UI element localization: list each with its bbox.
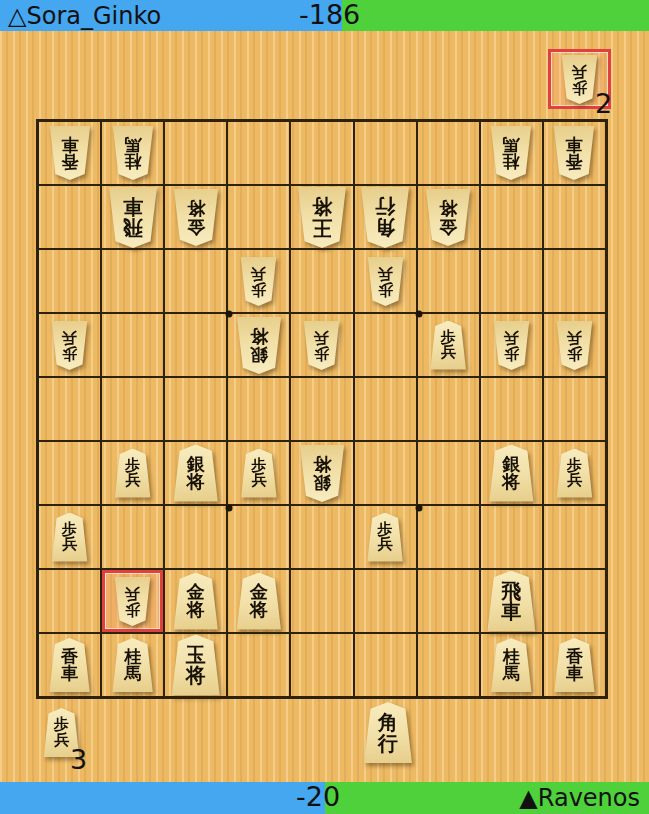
board-cell-r2c8[interactable] (480, 185, 543, 249)
gote-eval-bar-green (342, 0, 649, 31)
board-cell-r4c9[interactable]: 歩兵 (543, 313, 606, 377)
piece-kanji: 将 (250, 601, 268, 619)
board-cell-r8c3[interactable]: 金将 (164, 569, 227, 633)
piece-sente-歩兵[interactable]: 歩兵 (51, 513, 88, 562)
piece-kanji: 車 (501, 601, 521, 621)
board-cell-r2c9[interactable] (543, 185, 606, 249)
sente-eval-value: -20 (296, 781, 340, 812)
board-cell-r9c7[interactable] (417, 633, 480, 697)
piece-kanji: 将 (439, 199, 457, 217)
board-cell-r9c3[interactable]: 玉将 (164, 633, 227, 697)
board-cell-r6c2[interactable]: 歩兵 (101, 441, 164, 505)
piece-kanji: 将 (187, 601, 205, 619)
piece-kanji: 香 (566, 153, 583, 170)
board-cell-r8c5[interactable] (290, 569, 353, 633)
piece-sente-桂馬[interactable]: 桂馬 (112, 638, 154, 692)
board-cell-r5c9[interactable] (543, 377, 606, 441)
sente-hand-pawn-count: 3 (70, 744, 87, 775)
board-cell-r6c1[interactable] (38, 441, 101, 505)
piece-gote-金将[interactable]: 金将 (173, 189, 219, 246)
sente-eval-bar: ▲Ravenos -20 (0, 782, 649, 814)
piece-gote-銀将[interactable]: 銀将 (236, 317, 282, 374)
piece-kanji: 歩 (572, 79, 587, 94)
piece-kanji: 歩 (62, 345, 77, 360)
piece-gote-香車[interactable]: 香車 (553, 126, 595, 180)
piece-kanji: 将 (313, 455, 331, 473)
board-cell-r1c9[interactable]: 香車 (543, 121, 606, 185)
piece-kanji: 桂 (124, 153, 141, 170)
board-cell-r3c8[interactable] (480, 249, 543, 313)
board-cell-r4c8[interactable]: 歩兵 (480, 313, 543, 377)
piece-sente-桂馬[interactable]: 桂馬 (490, 638, 532, 692)
piece-sente-歩兵[interactable]: 歩兵 (240, 449, 277, 498)
board-cell-r4c2[interactable] (101, 313, 164, 377)
piece-kanji: 銀 (313, 473, 331, 491)
board-cell-r4c3[interactable] (164, 313, 227, 377)
board-cell-r1c6[interactable] (354, 121, 417, 185)
board-cell-r2c4[interactable] (227, 185, 290, 249)
piece-gote-歩兵[interactable]: 歩兵 (240, 257, 277, 306)
board-cell-r3c5[interactable] (290, 249, 353, 313)
hoshi-point (416, 311, 423, 318)
piece-gote-銀将[interactable]: 銀将 (299, 445, 345, 502)
piece-kanji: 馬 (503, 665, 520, 682)
piece-kanji: 歩 (378, 281, 393, 296)
board-cell-r7c8[interactable] (480, 505, 543, 569)
board-cell-r4c7[interactable]: 歩兵 (417, 313, 480, 377)
piece-sente-玉将[interactable]: 玉将 (171, 635, 221, 696)
piece-sente-香車[interactable]: 香車 (553, 638, 595, 692)
board-cell-r2c3[interactable]: 金将 (164, 185, 227, 249)
board-cell-r8c4[interactable]: 金将 (227, 569, 290, 633)
gote-hand-pawn-count: 2 (595, 88, 612, 119)
piece-kanji: 兵 (62, 330, 77, 345)
board-cell-r9c6[interactable] (354, 633, 417, 697)
piece-kanji: 将 (250, 327, 268, 345)
piece-kanji: 角 (378, 712, 398, 732)
board-cell-r8c6[interactable] (354, 569, 417, 633)
board-cell-r1c3[interactable] (164, 121, 227, 185)
piece-kanji: 馬 (124, 665, 141, 682)
piece-sente-金将[interactable]: 金将 (173, 573, 219, 630)
board-cell-r5c8[interactable] (480, 377, 543, 441)
piece-kanji: 金 (439, 217, 457, 235)
board-cell-r2c5[interactable]: 王将 (290, 185, 353, 249)
board-cell-r7c6[interactable]: 歩兵 (354, 505, 417, 569)
board-cell-r7c9[interactable] (543, 505, 606, 569)
board-cell-r4c6[interactable] (354, 313, 417, 377)
sente-player-name: ▲Ravenos (519, 782, 640, 814)
sente-eval-bar-blue (0, 782, 325, 814)
board-cell-r5c2[interactable] (101, 377, 164, 441)
board-cell-r5c1[interactable] (38, 377, 101, 441)
board-cell-r7c7[interactable] (417, 505, 480, 569)
board-cell-r3c7[interactable] (417, 249, 480, 313)
piece-sente-銀将[interactable]: 銀将 (488, 445, 534, 502)
piece-kanji: 兵 (567, 330, 582, 345)
piece-sente-飛車[interactable]: 飛車 (486, 571, 536, 632)
piece-kanji: 兵 (441, 345, 456, 360)
board-cell-r3c9[interactable] (543, 249, 606, 313)
piece-kanji: 将 (187, 473, 205, 491)
piece-kanji: 飛 (501, 581, 521, 601)
piece-kanji: 玉 (186, 645, 206, 665)
board-cell-r4c1[interactable]: 歩兵 (38, 313, 101, 377)
piece-gote-金将[interactable]: 金将 (425, 189, 471, 246)
piece-kanji: 車 (61, 665, 78, 682)
piece-kanji: 行 (375, 197, 395, 217)
piece-kanji: 飛 (123, 217, 143, 237)
piece-kanji: 歩 (504, 345, 519, 360)
gote-eval-bar: △Sora_Ginko -186 (0, 0, 649, 31)
board-cell-r1c1[interactable]: 香車 (38, 121, 101, 185)
piece-kanji: 将 (312, 197, 332, 217)
piece-kanji: 兵 (314, 330, 329, 345)
board-cell-r6c5[interactable]: 銀将 (290, 441, 353, 505)
board-cell-r6c9[interactable]: 歩兵 (543, 441, 606, 505)
piece-sente-歩兵[interactable]: 歩兵 (114, 449, 151, 498)
board-cell-r8c1[interactable] (38, 569, 101, 633)
board-cell-r6c4[interactable]: 歩兵 (227, 441, 290, 505)
board-cell-r9c4[interactable] (227, 633, 290, 697)
board-cell-r2c7[interactable]: 金将 (417, 185, 480, 249)
piece-kanji: 兵 (62, 537, 77, 552)
piece-kanji: 車 (123, 197, 143, 217)
board-cell-r5c7[interactable] (417, 377, 480, 441)
piece-gote-歩兵[interactable]: 歩兵 (561, 55, 598, 104)
piece-kanji: 行 (378, 733, 398, 753)
piece-sente-歩兵[interactable]: 歩兵 (367, 513, 404, 562)
board-cell-r3c6[interactable]: 歩兵 (354, 249, 417, 313)
board-cell-r4c5[interactable]: 歩兵 (290, 313, 353, 377)
piece-kanji: 兵 (378, 266, 393, 281)
piece-kanji: 馬 (124, 136, 141, 153)
piece-kanji: 桂 (503, 153, 520, 170)
piece-kanji: 兵 (504, 330, 519, 345)
piece-sente-香車[interactable]: 香車 (49, 638, 91, 692)
sente-hand-bishop[interactable]: 角行 (363, 702, 413, 763)
gote-player-name: △Sora_Ginko (8, 0, 161, 31)
piece-kanji: 兵 (378, 537, 393, 552)
shogi-app: △Sora_Ginko -186 歩兵 2 香車桂馬桂馬香車飛車金将王将角行金将… (0, 0, 649, 814)
piece-sente-金将[interactable]: 金将 (236, 573, 282, 630)
piece-kanji: 歩 (251, 281, 266, 296)
piece-kanji: 兵 (125, 473, 140, 488)
shogi-board: 香車桂馬桂馬香車飛車金将王将角行金将歩兵歩兵歩兵銀将歩兵歩兵歩兵歩兵歩兵銀将歩兵… (36, 119, 608, 699)
piece-gote-歩兵[interactable]: 歩兵 (303, 321, 340, 370)
piece-kanji: 兵 (572, 64, 587, 79)
piece-kanji: 兵 (251, 266, 266, 281)
board-cell-r1c5[interactable] (290, 121, 353, 185)
hoshi-point (225, 311, 232, 318)
board-cell-r2c1[interactable] (38, 185, 101, 249)
piece-sente-銀将[interactable]: 銀将 (173, 445, 219, 502)
piece-kanji: 金 (187, 217, 205, 235)
piece-kanji: 将 (502, 473, 520, 491)
piece-gote-王将[interactable]: 王将 (297, 187, 347, 248)
board-cell-r2c6[interactable]: 角行 (354, 185, 417, 249)
board-cell-r1c2[interactable]: 桂馬 (101, 121, 164, 185)
board-cell-r5c6[interactable] (354, 377, 417, 441)
board-cell-r3c2[interactable] (101, 249, 164, 313)
piece-gote-歩兵[interactable]: 歩兵 (51, 321, 88, 370)
board-cell-r6c3[interactable]: 銀将 (164, 441, 227, 505)
piece-gote-歩兵[interactable]: 歩兵 (114, 577, 151, 626)
board-cell-r5c3[interactable] (164, 377, 227, 441)
piece-kanji: 銀 (250, 345, 268, 363)
board-cell-r9c9[interactable]: 香車 (543, 633, 606, 697)
board-cell-r8c7[interactable] (417, 569, 480, 633)
piece-gote-香車[interactable]: 香車 (49, 126, 91, 180)
piece-kanji: 歩 (567, 345, 582, 360)
board-cell-r8c8[interactable]: 飛車 (480, 569, 543, 633)
board-cell-r5c5[interactable] (290, 377, 353, 441)
piece-kanji: 兵 (251, 473, 266, 488)
board-cell-r1c4[interactable] (227, 121, 290, 185)
piece-kanji: 王 (312, 217, 332, 237)
board-cell-r2c2[interactable]: 飛車 (101, 185, 164, 249)
piece-kanji: 角 (375, 217, 395, 237)
piece-kanji: 車 (566, 136, 583, 153)
board-cell-r9c2[interactable]: 桂馬 (101, 633, 164, 697)
piece-gote-角行[interactable]: 角行 (360, 187, 410, 248)
piece-kanji: 兵 (567, 473, 582, 488)
piece-kanji: 将 (186, 665, 206, 685)
board-cell-r4c4[interactable]: 銀将 (227, 313, 290, 377)
piece-gote-歩兵[interactable]: 歩兵 (367, 257, 404, 306)
piece-gote-歩兵[interactable]: 歩兵 (493, 321, 530, 370)
piece-kanji: 兵 (54, 733, 69, 748)
piece-kanji: 将 (187, 199, 205, 217)
board-cell-r6c8[interactable]: 銀将 (480, 441, 543, 505)
piece-sente-歩兵[interactable]: 歩兵 (430, 321, 467, 370)
board-cell-r9c5[interactable] (290, 633, 353, 697)
board-cell-r8c9[interactable] (543, 569, 606, 633)
board-cell-r5c4[interactable] (227, 377, 290, 441)
piece-kanji: 歩 (314, 345, 329, 360)
piece-gote-歩兵[interactable]: 歩兵 (556, 321, 593, 370)
gote-eval-value: -186 (299, 0, 360, 30)
piece-kanji: 馬 (503, 136, 520, 153)
board-cell-r8c2[interactable]: 歩兵 (101, 569, 164, 633)
piece-kanji: 車 (566, 665, 583, 682)
board-cell-r1c8[interactable]: 桂馬 (480, 121, 543, 185)
board-cell-r9c1[interactable]: 香車 (38, 633, 101, 697)
piece-kanji: 香 (61, 153, 78, 170)
piece-kanji: 歩 (125, 601, 140, 616)
piece-sente-歩兵[interactable]: 歩兵 (556, 449, 593, 498)
board-cell-r6c7[interactable] (417, 441, 480, 505)
board-cell-r9c8[interactable]: 桂馬 (480, 633, 543, 697)
board-cell-r7c2[interactable] (101, 505, 164, 569)
board-cell-r3c1[interactable] (38, 249, 101, 313)
board-cell-r7c1[interactable]: 歩兵 (38, 505, 101, 569)
piece-gote-桂馬[interactable]: 桂馬 (490, 126, 532, 180)
board-cell-r3c3[interactable] (164, 249, 227, 313)
hoshi-point (225, 504, 232, 511)
board-cell-r7c3[interactable] (164, 505, 227, 569)
board-cell-r7c4[interactable] (227, 505, 290, 569)
board-cell-r6c6[interactable] (354, 441, 417, 505)
hoshi-point (416, 504, 423, 511)
piece-kanji: 車 (61, 136, 78, 153)
piece-kanji: 兵 (125, 586, 140, 601)
board-cell-r3c4[interactable]: 歩兵 (227, 249, 290, 313)
piece-gote-飛車[interactable]: 飛車 (108, 187, 158, 248)
piece-gote-桂馬[interactable]: 桂馬 (112, 126, 154, 180)
board-cell-r7c5[interactable] (290, 505, 353, 569)
board-cell-r1c7[interactable] (417, 121, 480, 185)
piece-sente-角行[interactable]: 角行 (363, 702, 413, 763)
